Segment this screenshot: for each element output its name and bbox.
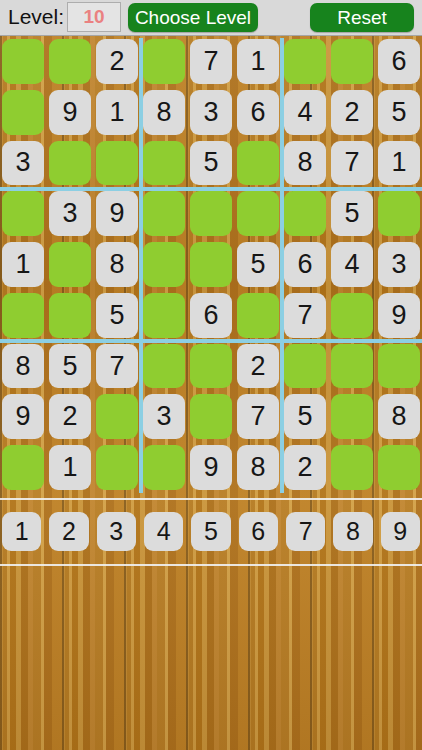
cell-r6c8[interactable] xyxy=(331,293,373,338)
cell-r5c5[interactable] xyxy=(190,242,232,287)
cell-r2c8[interactable]: 2 xyxy=(331,90,373,135)
cell-r6c7[interactable]: 7 xyxy=(284,293,326,338)
picker-button-4[interactable]: 4 xyxy=(144,512,183,551)
cell-r3c1[interactable]: 3 xyxy=(2,141,44,186)
cell-r2c3[interactable]: 1 xyxy=(96,90,138,135)
level-value: 10 xyxy=(83,6,104,28)
cell-r4c3[interactable]: 9 xyxy=(96,191,138,236)
cell-r9c5[interactable]: 9 xyxy=(190,445,232,490)
cell-r8c9[interactable]: 8 xyxy=(378,394,420,439)
cell-r9c3[interactable] xyxy=(96,445,138,490)
cell-r5c8[interactable]: 4 xyxy=(331,242,373,287)
cell-r1c4[interactable] xyxy=(143,39,185,84)
cell-r4c1[interactable] xyxy=(2,191,44,236)
cell-r5c1[interactable]: 1 xyxy=(2,242,44,287)
cell-r6c1[interactable] xyxy=(2,293,44,338)
choose-level-button[interactable]: Choose Level xyxy=(128,3,258,32)
cell-r1c7[interactable] xyxy=(284,39,326,84)
cell-r4c9[interactable] xyxy=(378,191,420,236)
cell-r5c4[interactable] xyxy=(143,242,185,287)
cell-r3c7[interactable]: 8 xyxy=(284,141,326,186)
cell-r8c6[interactable]: 7 xyxy=(237,394,279,439)
cell-r3c2[interactable] xyxy=(49,141,91,186)
cell-r5c6[interactable]: 5 xyxy=(237,242,279,287)
cell-r8c1[interactable]: 9 xyxy=(2,394,44,439)
cell-r2c5[interactable]: 3 xyxy=(190,90,232,135)
cell-r6c6[interactable] xyxy=(237,293,279,338)
picker-button-7[interactable]: 7 xyxy=(286,512,325,551)
cell-r7c1[interactable]: 8 xyxy=(2,344,44,389)
cell-r2c6[interactable]: 6 xyxy=(237,90,279,135)
cell-r9c8[interactable] xyxy=(331,445,373,490)
cell-r1c2[interactable] xyxy=(49,39,91,84)
picker-button-8[interactable]: 8 xyxy=(333,512,372,551)
cell-r9c7[interactable]: 2 xyxy=(284,445,326,490)
cell-r2c4[interactable]: 8 xyxy=(143,90,185,135)
cell-r2c9[interactable]: 5 xyxy=(378,90,420,135)
cell-r3c4[interactable] xyxy=(143,141,185,186)
cell-r5c9[interactable]: 3 xyxy=(378,242,420,287)
number-picker: 123456789 xyxy=(2,512,420,551)
picker-button-6[interactable]: 6 xyxy=(239,512,278,551)
cell-r3c6[interactable] xyxy=(237,141,279,186)
sudoku-board-area: 2716918364253587139518564356798572923758… xyxy=(2,39,420,490)
cell-r1c3[interactable]: 2 xyxy=(96,39,138,84)
picker-button-9[interactable]: 9 xyxy=(381,512,420,551)
cell-r5c2[interactable] xyxy=(49,242,91,287)
cell-r7c7[interactable] xyxy=(284,344,326,389)
cell-r8c4[interactable]: 3 xyxy=(143,394,185,439)
cell-r7c4[interactable] xyxy=(143,344,185,389)
cell-r3c3[interactable] xyxy=(96,141,138,186)
cell-r1c5[interactable]: 7 xyxy=(190,39,232,84)
cell-r4c8[interactable]: 5 xyxy=(331,191,373,236)
cell-r1c1[interactable] xyxy=(2,39,44,84)
cell-r3c5[interactable]: 5 xyxy=(190,141,232,186)
cell-r2c2[interactable]: 9 xyxy=(49,90,91,135)
cell-r7c6[interactable]: 2 xyxy=(237,344,279,389)
cell-r6c5[interactable]: 6 xyxy=(190,293,232,338)
cell-r2c1[interactable] xyxy=(2,90,44,135)
picker-bottom-divider xyxy=(0,564,422,566)
picker-button-5[interactable]: 5 xyxy=(191,512,230,551)
cell-r1c6[interactable]: 1 xyxy=(237,39,279,84)
cell-r1c8[interactable] xyxy=(331,39,373,84)
cell-r3c8[interactable]: 7 xyxy=(331,141,373,186)
cell-r9c4[interactable] xyxy=(143,445,185,490)
cell-r3c9[interactable]: 1 xyxy=(378,141,420,186)
cell-r6c4[interactable] xyxy=(143,293,185,338)
picker-button-1[interactable]: 1 xyxy=(2,512,41,551)
sudoku-board: 2716918364253587139518564356798572923758… xyxy=(2,39,420,490)
cell-r4c5[interactable] xyxy=(190,191,232,236)
picker-button-2[interactable]: 2 xyxy=(49,512,88,551)
cell-r9c6[interactable]: 8 xyxy=(237,445,279,490)
cell-r5c7[interactable]: 6 xyxy=(284,242,326,287)
cell-r1c9[interactable]: 6 xyxy=(378,39,420,84)
cell-r7c9[interactable] xyxy=(378,344,420,389)
cell-r7c5[interactable] xyxy=(190,344,232,389)
cell-r8c5[interactable] xyxy=(190,394,232,439)
cell-r8c2[interactable]: 2 xyxy=(49,394,91,439)
cell-r4c7[interactable] xyxy=(284,191,326,236)
cell-r9c9[interactable] xyxy=(378,445,420,490)
cell-r7c2[interactable]: 5 xyxy=(49,344,91,389)
cell-r8c3[interactable] xyxy=(96,394,138,439)
cell-r8c8[interactable] xyxy=(331,394,373,439)
cell-r7c3[interactable]: 7 xyxy=(96,344,138,389)
reset-button[interactable]: Reset xyxy=(310,3,414,32)
level-label: Level: xyxy=(8,5,64,29)
cell-r7c8[interactable] xyxy=(331,344,373,389)
cell-r9c1[interactable] xyxy=(2,445,44,490)
picker-top-divider xyxy=(0,498,422,500)
cell-r4c4[interactable] xyxy=(143,191,185,236)
cell-r2c7[interactable]: 4 xyxy=(284,90,326,135)
cell-r4c6[interactable] xyxy=(237,191,279,236)
picker-button-3[interactable]: 3 xyxy=(97,512,136,551)
cell-r6c2[interactable] xyxy=(49,293,91,338)
top-toolbar: Level: 10 Choose Level Reset xyxy=(0,0,422,36)
cell-r4c2[interactable]: 3 xyxy=(49,191,91,236)
cell-r9c2[interactable]: 1 xyxy=(49,445,91,490)
cell-r6c9[interactable]: 9 xyxy=(378,293,420,338)
level-value-box: 10 xyxy=(67,2,121,32)
cell-r6c3[interactable]: 5 xyxy=(96,293,138,338)
cell-r5c3[interactable]: 8 xyxy=(96,242,138,287)
cell-r8c7[interactable]: 5 xyxy=(284,394,326,439)
